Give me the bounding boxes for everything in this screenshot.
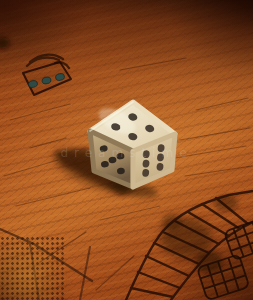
grid-sketch-2 <box>224 218 253 260</box>
edge-stain <box>0 37 10 49</box>
wood-board-photo: dreamstime <box>0 0 253 300</box>
plank-seam-lines <box>0 229 92 300</box>
board-scene <box>0 0 253 300</box>
etched-die-sketch <box>23 55 71 95</box>
die <box>90 102 175 187</box>
